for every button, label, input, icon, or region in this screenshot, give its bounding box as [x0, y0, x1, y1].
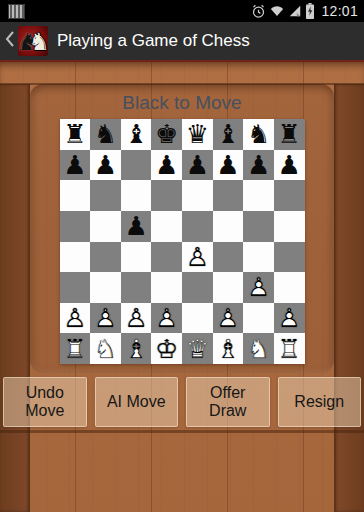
white-pawn-piece: ♟♙: [213, 303, 244, 334]
square-c6[interactable]: [121, 180, 152, 211]
square-b4[interactable]: [90, 242, 121, 273]
square-e1[interactable]: ♛♕: [182, 333, 213, 364]
signal-icon: [288, 4, 302, 18]
square-g4[interactable]: [243, 242, 274, 273]
square-a5[interactable]: [60, 211, 91, 242]
black-pawn-piece: ♟: [274, 150, 305, 181]
square-g1[interactable]: ♞♘: [243, 333, 274, 364]
black-bishop-piece: ♝: [213, 119, 244, 150]
wood-plank-right: [334, 84, 364, 512]
square-d2[interactable]: ♟♙: [151, 303, 182, 334]
square-f1[interactable]: ♝♗: [213, 333, 244, 364]
black-pawn-piece: ♟: [182, 150, 213, 181]
ai-move-button[interactable]: AI Move: [95, 377, 179, 427]
square-f8[interactable]: ♝: [213, 119, 244, 150]
white-rook-piece: ♜♖: [274, 333, 305, 364]
wood-plank-left: [0, 84, 30, 512]
white-pawn-piece: ♟♙: [121, 303, 152, 334]
square-e5[interactable]: [182, 211, 213, 242]
white-pawn-piece: ♟♙: [243, 272, 274, 303]
undo-move-button[interactable]: Undo Move: [3, 377, 87, 427]
square-g3[interactable]: ♟♙: [243, 272, 274, 303]
screen: 12:01 ♞ ♞ Playing a Game of Chess Black …: [0, 0, 364, 512]
square-h2[interactable]: ♟♙: [274, 303, 305, 334]
square-b1[interactable]: ♞♘: [90, 333, 121, 364]
action-buttons: Undo Move AI Move Offer Draw Resign: [0, 377, 364, 427]
white-pawn-piece: ♟♙: [151, 303, 182, 334]
white-pawn-piece: ♟♙: [182, 242, 213, 273]
square-b2[interactable]: ♟♙: [90, 303, 121, 334]
square-c4[interactable]: [121, 242, 152, 273]
square-c7[interactable]: [121, 150, 152, 181]
square-h1[interactable]: ♜♖: [274, 333, 305, 364]
square-c8[interactable]: ♝: [121, 119, 152, 150]
square-f2[interactable]: ♟♙: [213, 303, 244, 334]
white-queen-piece: ♛♕: [182, 333, 213, 364]
notification-bars-icon: [8, 4, 25, 19]
square-d6[interactable]: [151, 180, 182, 211]
white-rook-piece: ♜♖: [60, 333, 91, 364]
resign-button[interactable]: Resign: [278, 377, 362, 427]
black-queen-piece: ♛: [182, 119, 213, 150]
white-pawn-piece: ♟♙: [90, 303, 121, 334]
black-pawn-piece: ♟: [60, 150, 91, 181]
square-c5[interactable]: ♟: [121, 211, 152, 242]
square-e8[interactable]: ♛: [182, 119, 213, 150]
game-area: Black to Move ♜♞♝♚♛♝♞♜♟♟♟♟♟♟♟♟♟♙♟♙♟♙♟♙♟♙…: [0, 62, 364, 512]
square-f7[interactable]: ♟: [213, 150, 244, 181]
square-b3[interactable]: [90, 272, 121, 303]
square-b8[interactable]: ♞: [90, 119, 121, 150]
square-b6[interactable]: [90, 180, 121, 211]
square-g6[interactable]: [243, 180, 274, 211]
square-e7[interactable]: ♟: [182, 150, 213, 181]
black-bishop-piece: ♝: [121, 119, 152, 150]
square-g7[interactable]: ♟: [243, 150, 274, 181]
square-a4[interactable]: [60, 242, 91, 273]
square-h5[interactable]: [274, 211, 305, 242]
square-h3[interactable]: [274, 272, 305, 303]
square-h8[interactable]: ♜: [274, 119, 305, 150]
white-knight-piece: ♞♘: [90, 333, 121, 364]
square-d7[interactable]: ♟: [151, 150, 182, 181]
black-knight-piece: ♞: [243, 119, 274, 150]
black-king-piece: ♚: [151, 119, 182, 150]
square-d1[interactable]: ♚♔: [151, 333, 182, 364]
square-a6[interactable]: [60, 180, 91, 211]
chess-board[interactable]: ♜♞♝♚♛♝♞♜♟♟♟♟♟♟♟♟♟♙♟♙♟♙♟♙♟♙♟♙♟♙♟♙♜♖♞♘♝♗♚♔…: [60, 119, 305, 364]
status-bar: 12:01: [0, 0, 364, 22]
square-b5[interactable]: [90, 211, 121, 242]
square-g8[interactable]: ♞: [243, 119, 274, 150]
black-rook-piece: ♜: [60, 119, 91, 150]
square-h7[interactable]: ♟: [274, 150, 305, 181]
square-c3[interactable]: [121, 272, 152, 303]
square-h6[interactable]: [274, 180, 305, 211]
square-f5[interactable]: [213, 211, 244, 242]
square-c2[interactable]: ♟♙: [121, 303, 152, 334]
square-d5[interactable]: [151, 211, 182, 242]
battery-charging-icon: [305, 3, 315, 19]
app-title: Playing a Game of Chess: [57, 31, 250, 51]
square-f4[interactable]: [213, 242, 244, 273]
black-pawn-piece: ♟: [151, 150, 182, 181]
square-a7[interactable]: ♟: [60, 150, 91, 181]
wood-seam-bottom: [0, 430, 364, 433]
turn-indicator: Black to Move: [30, 84, 334, 119]
board-panel: Black to Move ♜♞♝♚♛♝♞♜♟♟♟♟♟♟♟♟♟♙♟♙♟♙♟♙♟♙…: [30, 84, 334, 373]
white-bishop-piece: ♝♗: [121, 333, 152, 364]
black-knight-piece: ♞: [90, 119, 121, 150]
square-b7[interactable]: ♟: [90, 150, 121, 181]
square-e6[interactable]: [182, 180, 213, 211]
black-pawn-piece: ♟: [90, 150, 121, 181]
square-h4[interactable]: [274, 242, 305, 273]
square-e2[interactable]: [182, 303, 213, 334]
square-d3[interactable]: [151, 272, 182, 303]
black-pawn-piece: ♟: [243, 150, 274, 181]
square-e3[interactable]: [182, 272, 213, 303]
app-bar: ♞ ♞ Playing a Game of Chess: [0, 22, 364, 62]
back-chevron-icon[interactable]: [4, 28, 16, 54]
square-f3[interactable]: [213, 272, 244, 303]
square-g5[interactable]: [243, 211, 274, 242]
white-knight-icon: ♞: [28, 27, 48, 56]
square-c1[interactable]: ♝♗: [121, 333, 152, 364]
wifi-icon: [269, 4, 285, 18]
square-a1[interactable]: ♜♖: [60, 333, 91, 364]
white-pawn-piece: ♟♙: [274, 303, 305, 334]
alarm-icon: [251, 4, 266, 19]
square-f6[interactable]: [213, 180, 244, 211]
white-bishop-piece: ♝♗: [213, 333, 244, 364]
square-a8[interactable]: ♜: [60, 119, 91, 150]
square-e4[interactable]: ♟♙: [182, 242, 213, 273]
black-rook-piece: ♜: [274, 119, 305, 150]
square-d8[interactable]: ♚: [151, 119, 182, 150]
black-pawn-piece: ♟: [121, 211, 152, 242]
status-time: 12:01: [318, 3, 358, 19]
square-a2[interactable]: ♟♙: [60, 303, 91, 334]
square-d4[interactable]: [151, 242, 182, 273]
square-g2[interactable]: [243, 303, 274, 334]
two-knights-app-icon: ♞ ♞: [18, 26, 48, 56]
black-pawn-piece: ♟: [213, 150, 244, 181]
white-knight-piece: ♞♘: [243, 333, 274, 364]
square-a3[interactable]: [60, 272, 91, 303]
offer-draw-button[interactable]: Offer Draw: [186, 377, 270, 427]
white-pawn-piece: ♟♙: [60, 303, 91, 334]
white-king-piece: ♚♔: [151, 333, 182, 364]
